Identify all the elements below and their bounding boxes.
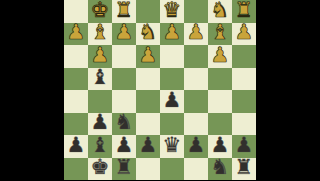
square-f7[interactable]: ♟	[112, 135, 136, 158]
white-knight-b1[interactable]: ♞	[211, 0, 230, 21]
square-e8[interactable]	[136, 158, 160, 181]
square-h6[interactable]	[64, 113, 88, 136]
square-a6[interactable]	[232, 113, 256, 136]
square-g1[interactable]: ♚	[88, 0, 112, 23]
square-e1[interactable]	[136, 0, 160, 23]
square-e4[interactable]	[136, 68, 160, 91]
square-g2[interactable]: ♝	[88, 23, 112, 46]
white-pawn-d2[interactable]: ♟	[163, 23, 182, 44]
white-bishop-g2[interactable]: ♝	[91, 23, 110, 44]
white-pawn-a2[interactable]: ♟	[235, 23, 254, 44]
black-pawn-f7[interactable]: ♟	[115, 135, 134, 156]
square-c1[interactable]	[184, 0, 208, 23]
square-a2[interactable]: ♟	[232, 23, 256, 46]
square-g4[interactable]: ♝	[88, 68, 112, 91]
square-g3[interactable]: ♟	[88, 45, 112, 68]
square-h1[interactable]	[64, 0, 88, 23]
square-b3[interactable]: ♟	[208, 45, 232, 68]
black-rook-a8[interactable]: ♜	[235, 158, 254, 179]
white-king-g1[interactable]: ♚	[91, 0, 110, 21]
square-g5[interactable]	[88, 90, 112, 113]
square-b6[interactable]	[208, 113, 232, 136]
square-g6[interactable]: ♟	[88, 113, 112, 136]
letterbox-left	[0, 0, 64, 180]
white-pawn-e3[interactable]: ♟	[139, 45, 158, 66]
square-a8[interactable]: ♜	[232, 158, 256, 181]
square-b8[interactable]: ♞	[208, 158, 232, 181]
white-bishop-b2[interactable]: ♝	[211, 23, 230, 44]
black-pawn-a7[interactable]: ♟	[235, 135, 254, 156]
white-pawn-b3[interactable]: ♟	[211, 45, 230, 66]
square-c5[interactable]	[184, 90, 208, 113]
square-f5[interactable]	[112, 90, 136, 113]
black-knight-b8[interactable]: ♞	[211, 158, 230, 179]
chess-board[interactable]: ♚♜♛♞♜♟♝♟♞♟♟♝♟♟♟♟♝♟♟♞♟♝♟♟♛♟♟♟♚♜♞♜	[64, 0, 256, 180]
square-c8[interactable]	[184, 158, 208, 181]
black-bishop-g7[interactable]: ♝	[91, 135, 110, 156]
white-rook-f1[interactable]: ♜	[115, 0, 134, 21]
black-queen-d7[interactable]: ♛	[163, 135, 182, 156]
black-rook-f8[interactable]: ♜	[115, 158, 134, 179]
video-frame: ♚♜♛♞♜♟♝♟♞♟♟♝♟♟♟♟♝♟♟♞♟♝♟♟♛♟♟♟♚♜♞♜	[0, 0, 320, 180]
black-pawn-d5[interactable]: ♟	[163, 90, 182, 111]
square-h8[interactable]	[64, 158, 88, 181]
square-d1[interactable]: ♛	[160, 0, 184, 23]
square-f2[interactable]: ♟	[112, 23, 136, 46]
square-b5[interactable]	[208, 90, 232, 113]
square-h7[interactable]: ♟	[64, 135, 88, 158]
square-d2[interactable]: ♟	[160, 23, 184, 46]
square-a3[interactable]	[232, 45, 256, 68]
square-e6[interactable]	[136, 113, 160, 136]
square-a1[interactable]: ♜	[232, 0, 256, 23]
square-c2[interactable]: ♟	[184, 23, 208, 46]
square-h5[interactable]	[64, 90, 88, 113]
square-d3[interactable]	[160, 45, 184, 68]
square-h2[interactable]: ♟	[64, 23, 88, 46]
black-bishop-g4[interactable]: ♝	[91, 68, 110, 89]
white-queen-d1[interactable]: ♛	[163, 0, 182, 21]
white-knight-e2[interactable]: ♞	[139, 23, 158, 44]
square-e5[interactable]	[136, 90, 160, 113]
square-b2[interactable]: ♝	[208, 23, 232, 46]
square-b1[interactable]: ♞	[208, 0, 232, 23]
square-g8[interactable]: ♚	[88, 158, 112, 181]
square-e7[interactable]: ♟	[136, 135, 160, 158]
black-knight-f6[interactable]: ♞	[115, 113, 134, 134]
square-d4[interactable]	[160, 68, 184, 91]
square-f4[interactable]	[112, 68, 136, 91]
square-c4[interactable]	[184, 68, 208, 91]
white-rook-a1[interactable]: ♜	[235, 0, 254, 21]
square-f1[interactable]: ♜	[112, 0, 136, 23]
square-d6[interactable]	[160, 113, 184, 136]
square-e3[interactable]: ♟	[136, 45, 160, 68]
square-a7[interactable]: ♟	[232, 135, 256, 158]
letterbox-right	[256, 0, 320, 180]
square-g7[interactable]: ♝	[88, 135, 112, 158]
white-pawn-h2[interactable]: ♟	[67, 23, 86, 44]
square-c6[interactable]	[184, 113, 208, 136]
black-pawn-g6[interactable]: ♟	[91, 113, 110, 134]
square-d8[interactable]	[160, 158, 184, 181]
square-b4[interactable]	[208, 68, 232, 91]
black-pawn-c7[interactable]: ♟	[187, 135, 206, 156]
square-d7[interactable]: ♛	[160, 135, 184, 158]
white-pawn-g3[interactable]: ♟	[91, 45, 110, 66]
square-h4[interactable]	[64, 68, 88, 91]
black-pawn-h7[interactable]: ♟	[67, 135, 86, 156]
white-pawn-c2[interactable]: ♟	[187, 23, 206, 44]
square-f6[interactable]: ♞	[112, 113, 136, 136]
square-f8[interactable]: ♜	[112, 158, 136, 181]
square-c3[interactable]	[184, 45, 208, 68]
square-a5[interactable]	[232, 90, 256, 113]
square-c7[interactable]: ♟	[184, 135, 208, 158]
square-f3[interactable]	[112, 45, 136, 68]
white-pawn-f2[interactable]: ♟	[115, 23, 134, 44]
square-d5[interactable]: ♟	[160, 90, 184, 113]
black-pawn-b7[interactable]: ♟	[211, 135, 230, 156]
black-king-g8[interactable]: ♚	[91, 158, 110, 179]
square-b7[interactable]: ♟	[208, 135, 232, 158]
square-a4[interactable]	[232, 68, 256, 91]
square-h3[interactable]	[64, 45, 88, 68]
square-e2[interactable]: ♞	[136, 23, 160, 46]
black-pawn-e7[interactable]: ♟	[139, 135, 158, 156]
